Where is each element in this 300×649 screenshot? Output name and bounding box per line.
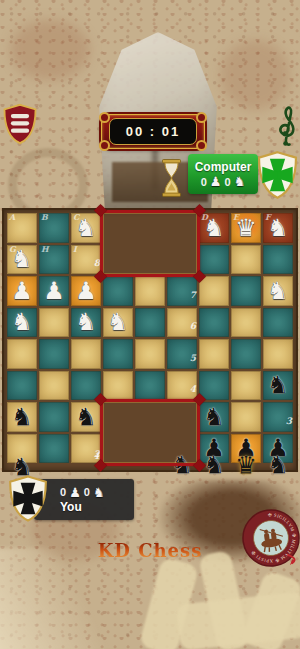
square-r1c3[interactable]: C♞ [71,213,101,243]
square-r6c1[interactable] [199,371,229,401]
rank-label: 6 [190,322,196,331]
pawn-icon: ♟ [69,486,81,499]
you-captured-row: 0 ♟ 0 ♞ [60,486,134,499]
piece-black-pawn: ♟ [263,434,293,464]
square-r4c4[interactable] [7,339,37,369]
square-r5c2[interactable] [231,339,261,369]
square-r2c4[interactable]: ♟ [7,276,37,306]
captured-pawn-count: 0 [60,486,66,498]
square-r1c8[interactable]: H [39,245,69,275]
square-r1c6[interactable]: F♞ [263,213,293,243]
square-r6c8[interactable] [231,402,261,432]
captured-pawn-count: 0 [201,176,207,188]
file-label: F [265,213,271,221]
square-r7c6[interactable]: ♟ [263,434,293,464]
piece-black-knight: ♞ [263,371,293,401]
square-r3c4[interactable]: ♞ [7,308,37,338]
file-label: B [41,213,48,221]
square-r6c7[interactable]: ♞ [199,402,229,432]
piece-white-pawn: ♟ [39,276,69,306]
square-r7c1[interactable] [7,434,37,464]
square-r3c5[interactable] [39,308,69,338]
square-r2c1[interactable] [199,245,229,275]
square-r5c7[interactable] [103,371,133,401]
square-r4c1[interactable] [199,308,229,338]
light-band-art [0,548,150,649]
treble-clef-icon [274,105,300,147]
square-r7c5[interactable]: ♟ [231,434,261,464]
black-cross-shield-icon [7,474,49,523]
piece-white-knight: ♞ [103,308,133,338]
piece-black-knight: ♞ [7,402,37,432]
square-r1c4[interactable]: D♞ [199,213,229,243]
square-r1c1[interactable]: A [7,213,37,243]
square-r6c9[interactable]: 3 [263,402,293,432]
square-r3c6[interactable]: ♞ [71,308,101,338]
square-r4c5[interactable] [39,339,69,369]
piece-black-pawn: ♟ [231,434,261,464]
file-label: C [73,213,79,221]
square-r6c2[interactable] [231,371,261,401]
square-r3c1[interactable] [199,276,229,306]
square-r7c2[interactable] [39,434,69,464]
computer-panel: Computer 0 ♟ 0 ♞ [188,154,258,194]
knight-icon: ♞ [93,486,105,499]
red-shield-icon [1,103,39,145]
piece-white-knight: ♞ [7,308,37,338]
square-r6c3[interactable]: ♞ [263,371,293,401]
captured-knight-count: 0 [225,176,231,188]
piece-black-knight: ♞ [199,402,229,432]
square-r5c4[interactable] [7,371,37,401]
square-r5c6[interactable] [71,371,101,401]
square-r2c9[interactable]: 7 [167,276,197,306]
square-r4c3[interactable] [263,308,293,338]
piece-black-knight: ♞ [71,402,101,432]
computer-name: Computer [195,160,252,174]
rank-label: 3 [286,417,292,426]
square-r2c7[interactable] [103,276,133,306]
timer-display: 00 : 01 [109,118,197,145]
hourglass-icon [161,159,182,197]
piece-white-knight: ♞ [263,276,293,306]
square-r2c3[interactable] [263,245,293,275]
board-grid: ABC♞D♞E♛F♞G♞HI8♟♟♟7♞♞♞♞654♞♞♞♞3♟♟♟2♞♞♛♞♞… [4,210,296,470]
rank-label: 1 [94,452,100,461]
square-r4c6[interactable] [71,339,101,369]
square-r5c3[interactable] [263,339,293,369]
square-r3c9[interactable]: 6 [167,308,197,338]
parchment-blotch [220,40,290,110]
timer-frame: 00 : 01 [101,114,205,149]
square-r3c3[interactable]: ♞ [263,276,293,306]
square-r4c9[interactable]: 5 [167,339,197,369]
green-cross-shield-icon [255,150,300,200]
you-panel: 0 ♟ 0 ♞ You [34,479,134,520]
pawn-icon: ♟ [210,175,222,188]
piece-white-knight: ♞ [71,308,101,338]
chess-board: ABC♞D♞E♛F♞G♞HI8♟♟♟7♞♞♞♞654♞♞♞♞3♟♟♟2♞♞♛♞♞… [2,208,298,472]
timer-value: 00 : 01 [126,124,180,139]
computer-captured-row: 0 ♟ 0 ♞ [201,175,246,188]
square-r5c9[interactable]: 4 [167,371,197,401]
file-label: D [201,213,208,221]
square-r4c7[interactable] [103,339,133,369]
piece-white-pawn: ♟ [7,276,37,306]
square-r6c5[interactable] [39,402,69,432]
piece-white-pawn: ♟ [71,276,101,306]
file-label: I [73,245,77,253]
square-r6c6[interactable]: ♞ [71,402,101,432]
square-r1c5[interactable]: E♛ [231,213,261,243]
rank-label: 8 [94,259,100,268]
square-r1c9[interactable]: I8 [71,245,101,275]
square-r7c4[interactable]: ♟ [199,434,229,464]
file-label: G [9,245,16,253]
square-r5c5[interactable] [39,371,69,401]
templar-seal-stamp: ✠ SIGILLVM ✠ MILITVM ✠ XPISTI ✠ [237,504,300,572]
square-r4c8[interactable] [135,339,165,369]
highlight-frame-bottom [100,399,200,466]
you-name: You [60,500,134,514]
square-r5c8[interactable] [135,371,165,401]
square-r3c7[interactable]: ♞ [103,308,133,338]
captured-knight-count: 0 [84,486,90,498]
square-r2c8[interactable] [135,276,165,306]
square-r3c8[interactable] [135,308,165,338]
square-r1c2[interactable]: B [39,213,69,243]
game-screen: 00 : 01 Computer 0 ♟ 0 ♞ ABC♞D♞E♛F♞G♞HI8… [0,0,300,649]
square-r5c1[interactable] [199,339,229,369]
rank-label: 7 [190,291,196,300]
file-label: E [233,213,239,221]
square-r3c2[interactable] [231,276,261,306]
rank-label: 5 [190,354,196,363]
file-label: A [9,213,15,221]
square-r1c7[interactable]: G♞ [7,245,37,275]
piece-black-pawn: ♟ [199,434,229,464]
square-r4c2[interactable] [231,308,261,338]
rank-label: 4 [190,385,196,394]
parchment-blotch [10,20,90,80]
knight-icon: ♞ [234,175,246,188]
file-label: H [41,245,49,253]
square-r2c2[interactable] [231,245,261,275]
square-r6c4[interactable]: ♞ [7,402,37,432]
square-r2c6[interactable]: ♟ [71,276,101,306]
square-r2c5[interactable]: ♟ [39,276,69,306]
highlight-frame-top [100,210,200,277]
